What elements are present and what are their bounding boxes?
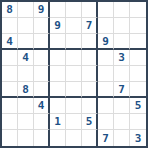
cell-r2c7-empty[interactable] xyxy=(98,18,114,34)
cell-r6c7-empty[interactable] xyxy=(98,82,114,98)
cell-r9c9-given[interactable]: 3 xyxy=(130,130,146,146)
cell-r1c1-given[interactable]: 8 xyxy=(2,2,18,18)
cell-r3c8-empty[interactable] xyxy=(114,34,130,50)
cell-r7c6-empty[interactable] xyxy=(82,98,98,114)
cell-r2c6-given[interactable]: 7 xyxy=(82,18,98,34)
cell-r7c4-empty[interactable] xyxy=(50,98,66,114)
cell-r4c3-empty[interactable] xyxy=(34,50,50,66)
cell-r7c3-given[interactable]: 4 xyxy=(34,98,50,114)
cell-r6c6-empty[interactable] xyxy=(82,82,98,98)
cell-r3c1-given[interactable]: 4 xyxy=(2,34,18,50)
cell-r6c8-given[interactable]: 7 xyxy=(114,82,130,98)
cell-r6c1-empty[interactable] xyxy=(2,82,18,98)
cell-r5c6-empty[interactable] xyxy=(82,66,98,82)
cell-r8c1-empty[interactable] xyxy=(2,114,18,130)
cell-r7c1-empty[interactable] xyxy=(2,98,18,114)
cell-r3c6-empty[interactable] xyxy=(82,34,98,50)
cell-r7c2-empty[interactable] xyxy=(18,98,34,114)
cell-r8c7-empty[interactable] xyxy=(98,114,114,130)
cell-r1c4-empty[interactable] xyxy=(50,2,66,18)
sudoku-board: 8997494387451573 xyxy=(0,0,148,148)
cell-r1c5-empty[interactable] xyxy=(66,2,82,18)
cell-r6c3-empty[interactable] xyxy=(34,82,50,98)
cell-r8c8-empty[interactable] xyxy=(114,114,130,130)
cell-r7c5-empty[interactable] xyxy=(66,98,82,114)
cell-r5c7-empty[interactable] xyxy=(98,66,114,82)
cell-r3c2-empty[interactable] xyxy=(18,34,34,50)
cell-r9c2-empty[interactable] xyxy=(18,130,34,146)
cell-r9c5-empty[interactable] xyxy=(66,130,82,146)
cell-r8c9-empty[interactable] xyxy=(130,114,146,130)
cell-r5c3-empty[interactable] xyxy=(34,66,50,82)
cell-r3c9-empty[interactable] xyxy=(130,34,146,50)
cell-r6c5-empty[interactable] xyxy=(66,82,82,98)
cell-r4c8-given[interactable]: 3 xyxy=(114,50,130,66)
cell-r1c7-empty[interactable] xyxy=(98,2,114,18)
cell-r4c6-empty[interactable] xyxy=(82,50,98,66)
cell-r8c3-empty[interactable] xyxy=(34,114,50,130)
cell-r5c2-empty[interactable] xyxy=(18,66,34,82)
cell-r9c1-empty[interactable] xyxy=(2,130,18,146)
cell-r6c9-empty[interactable] xyxy=(130,82,146,98)
cell-r3c5-empty[interactable] xyxy=(66,34,82,50)
cell-r1c9-empty[interactable] xyxy=(130,2,146,18)
cell-r4c7-empty[interactable] xyxy=(98,50,114,66)
cell-r8c6-given[interactable]: 5 xyxy=(82,114,98,130)
cell-r5c1-empty[interactable] xyxy=(2,66,18,82)
cell-r2c1-empty[interactable] xyxy=(2,18,18,34)
cell-r6c2-given[interactable]: 8 xyxy=(18,82,34,98)
cell-r2c8-empty[interactable] xyxy=(114,18,130,34)
cell-r2c5-empty[interactable] xyxy=(66,18,82,34)
cell-r5c4-empty[interactable] xyxy=(50,66,66,82)
cell-r9c6-empty[interactable] xyxy=(82,130,98,146)
cell-r4c1-empty[interactable] xyxy=(2,50,18,66)
cell-r7c7-empty[interactable] xyxy=(98,98,114,114)
cell-r3c4-empty[interactable] xyxy=(50,34,66,50)
cell-r8c5-empty[interactable] xyxy=(66,114,82,130)
cell-r4c9-empty[interactable] xyxy=(130,50,146,66)
cell-r4c5-empty[interactable] xyxy=(66,50,82,66)
cell-r2c9-empty[interactable] xyxy=(130,18,146,34)
cell-r2c3-empty[interactable] xyxy=(34,18,50,34)
cell-r9c4-empty[interactable] xyxy=(50,130,66,146)
cell-r5c8-empty[interactable] xyxy=(114,66,130,82)
cell-r3c3-empty[interactable] xyxy=(34,34,50,50)
cell-r2c4-given[interactable]: 9 xyxy=(50,18,66,34)
cell-r1c2-empty[interactable] xyxy=(18,2,34,18)
cell-r4c2-given[interactable]: 4 xyxy=(18,50,34,66)
cell-r8c2-empty[interactable] xyxy=(18,114,34,130)
cell-r8c4-given[interactable]: 1 xyxy=(50,114,66,130)
cell-r1c6-empty[interactable] xyxy=(82,2,98,18)
cell-r2c2-empty[interactable] xyxy=(18,18,34,34)
cell-r5c9-empty[interactable] xyxy=(130,66,146,82)
cell-r1c8-empty[interactable] xyxy=(114,2,130,18)
cell-r7c8-empty[interactable] xyxy=(114,98,130,114)
cell-r6c4-empty[interactable] xyxy=(50,82,66,98)
cell-r9c7-given[interactable]: 7 xyxy=(98,130,114,146)
cell-r7c9-given[interactable]: 5 xyxy=(130,98,146,114)
cell-r4c4-empty[interactable] xyxy=(50,50,66,66)
cell-r5c5-empty[interactable] xyxy=(66,66,82,82)
cell-r3c7-given[interactable]: 9 xyxy=(98,34,114,50)
cell-r1c3-given[interactable]: 9 xyxy=(34,2,50,18)
cell-r9c8-empty[interactable] xyxy=(114,130,130,146)
cell-r9c3-empty[interactable] xyxy=(34,130,50,146)
